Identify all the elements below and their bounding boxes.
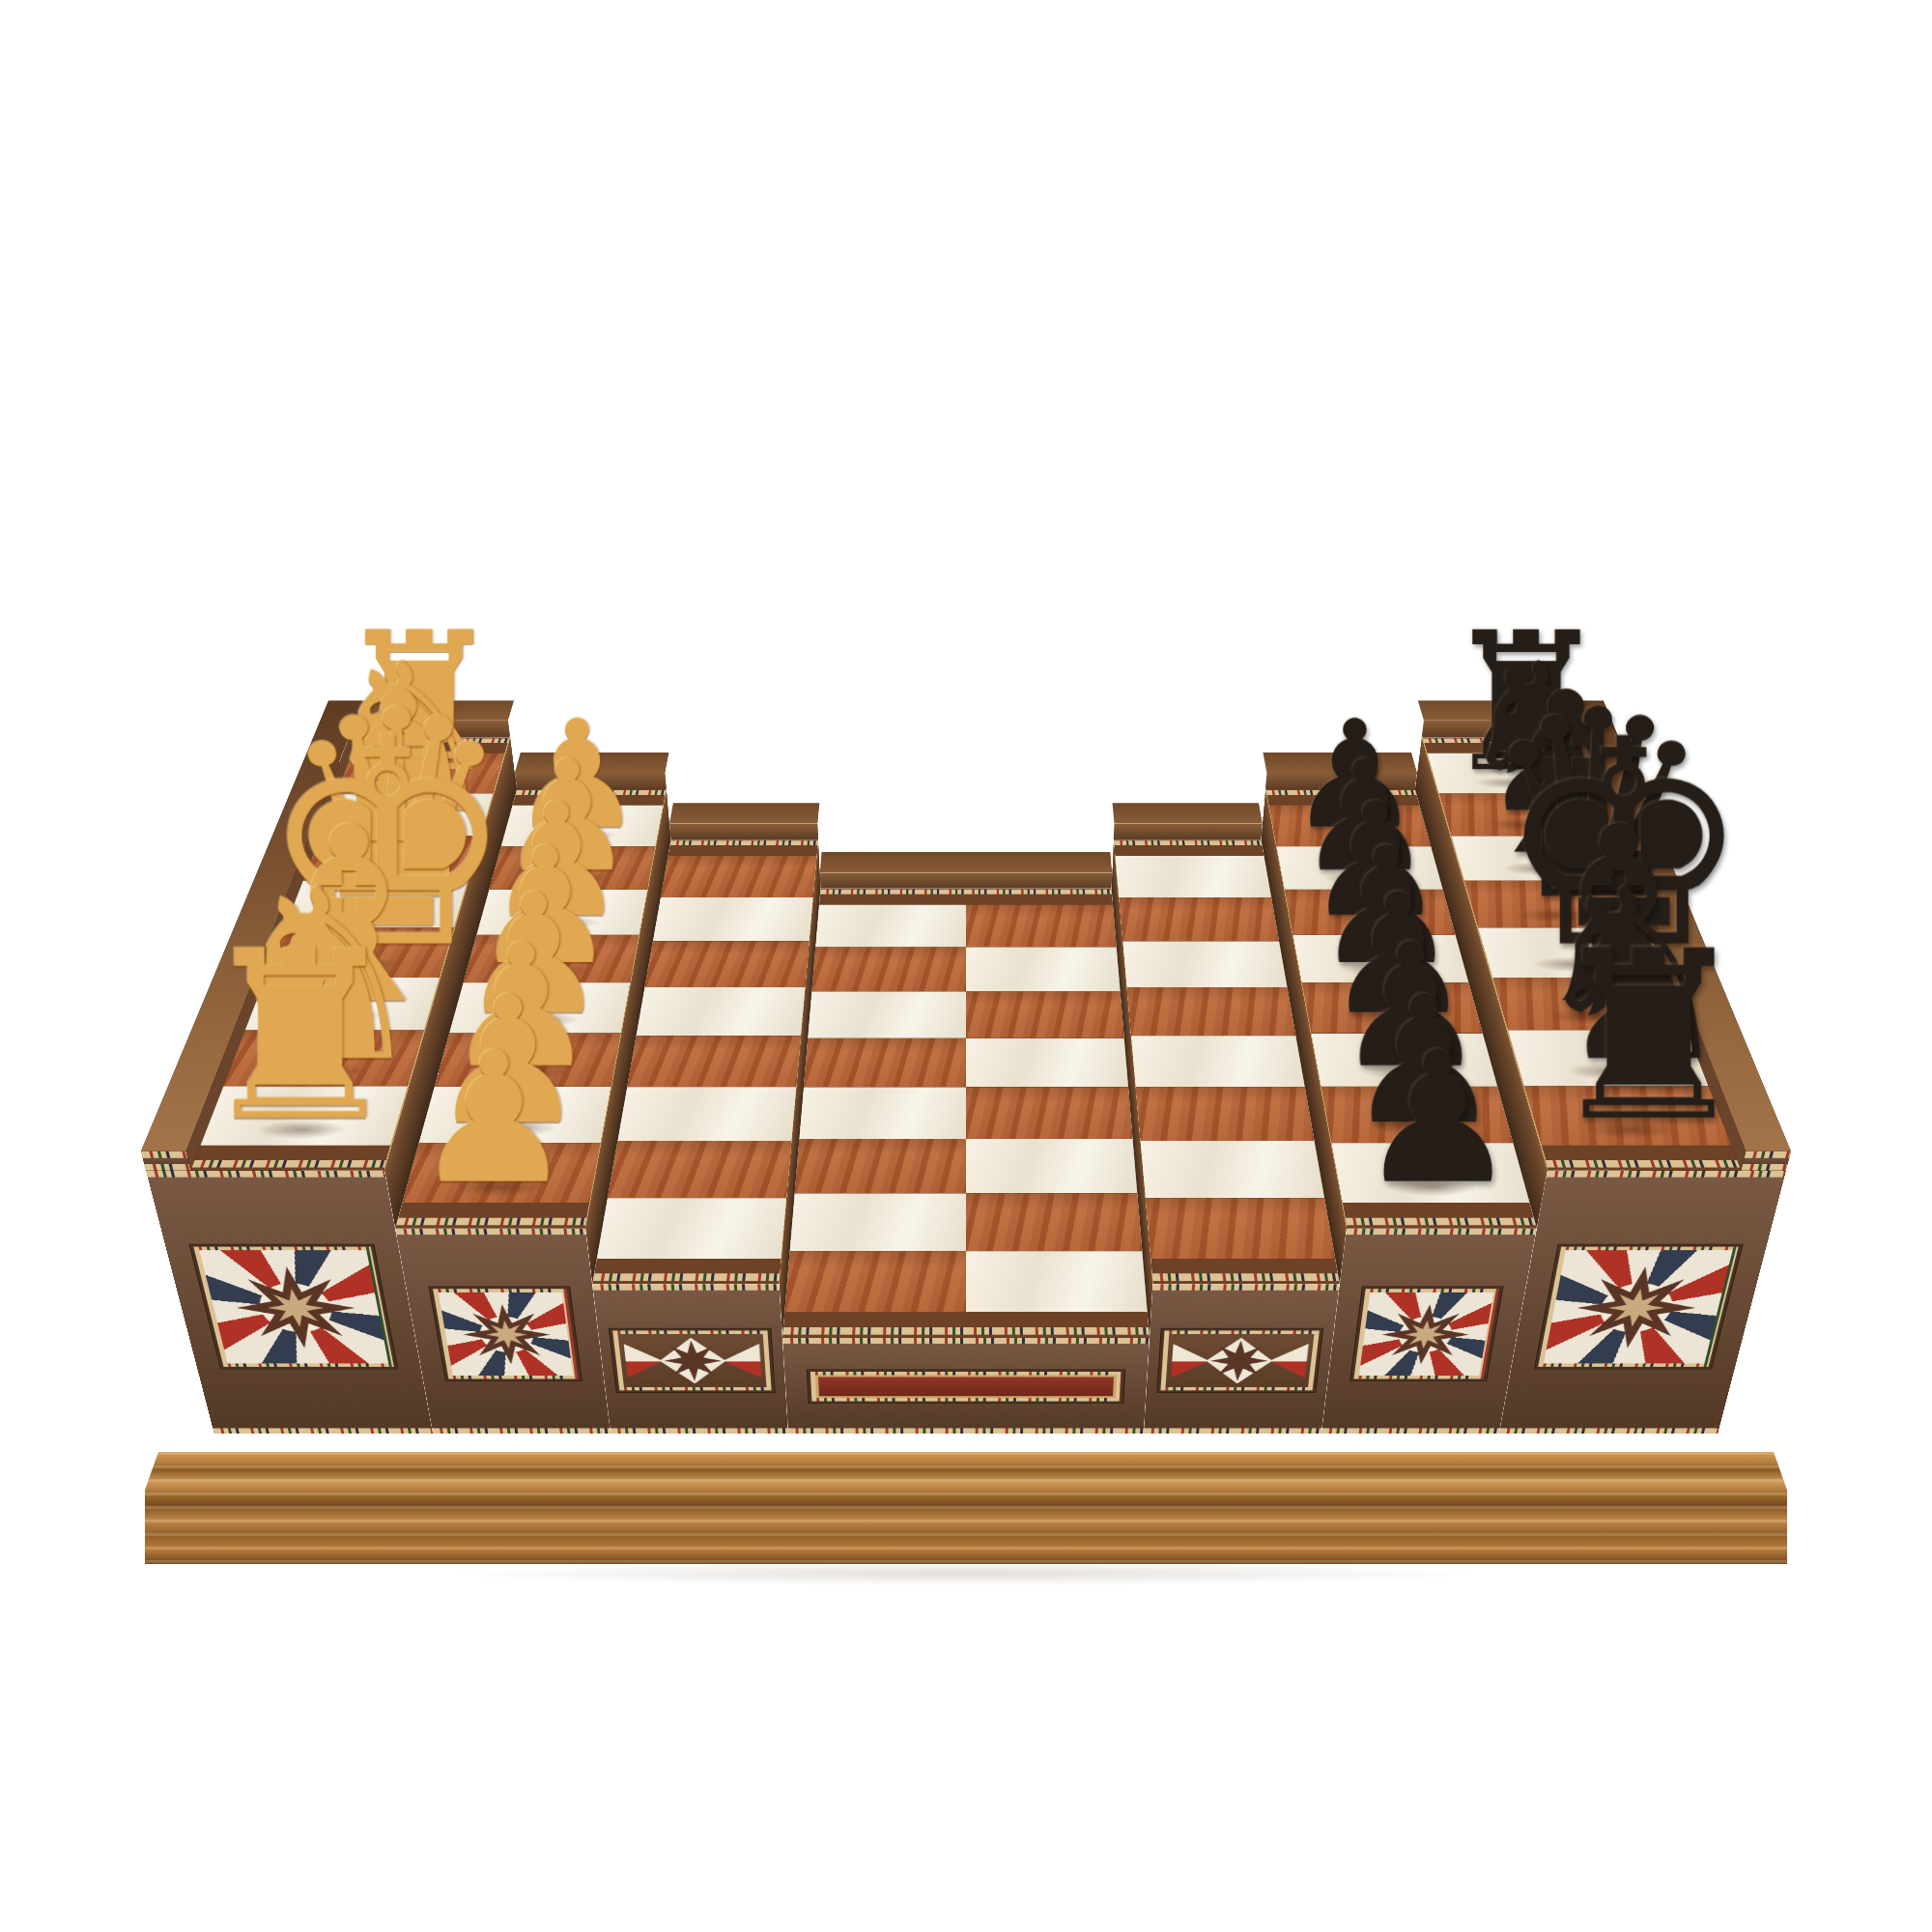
back-edge-mosaic-band — [820, 890, 966, 895]
square-g6[interactable] — [1140, 1141, 1324, 1198]
square-b4[interactable] — [811, 948, 966, 992]
eight-point-star-large-frame — [190, 1244, 397, 1368]
eight-point-star-large-panel-icon — [1544, 1250, 1733, 1363]
star-eye-diamond-panel-icon — [1166, 1334, 1315, 1387]
square-f5[interactable] — [966, 1139, 1137, 1193]
back-edge-mosaic-band — [966, 890, 1112, 895]
front-edge-mosaic-band — [396, 1218, 587, 1226]
square-f4[interactable] — [795, 1139, 966, 1193]
back-rim-wall-rank-3 — [669, 823, 818, 839]
red-inlay-bar-panel — [815, 1375, 1117, 1398]
eight-point-star-small-panel-icon — [439, 1293, 573, 1376]
square-h4[interactable] — [784, 1251, 966, 1312]
square-a6[interactable] — [1115, 856, 1271, 897]
square-g3[interactable] — [608, 1141, 792, 1198]
back-edge-mosaic-band — [1114, 840, 1263, 845]
square-a5[interactable] — [966, 905, 1117, 948]
square-g5[interactable] — [966, 1193, 1142, 1251]
piece-white-pawn-h2[interactable]: ♟ — [400, 1024, 588, 1212]
square-e4[interactable] — [799, 1087, 966, 1139]
back-rim-rank-6 — [1113, 803, 1263, 823]
front-face-eight-point-star-small — [395, 1229, 611, 1435]
right-triangle-icon — [722, 1344, 761, 1378]
back-rim-wall-rank-4 — [820, 872, 966, 888]
back-rim-rank-5 — [966, 852, 1112, 873]
square-f6[interactable] — [1135, 1087, 1314, 1141]
base-plinth — [145, 1452, 1787, 1564]
ground-shadow — [251, 1557, 1681, 1590]
star-eye-diamond-frame — [610, 1328, 775, 1392]
eight-point-star-large-panel-icon — [199, 1250, 388, 1363]
front-face-star-eye-diamond — [1144, 1284, 1340, 1434]
square-b6[interactable] — [1119, 897, 1279, 941]
front-edge-mosaic-band — [966, 1327, 1150, 1335]
front-edge-mosaic-band — [593, 1273, 781, 1281]
square-f3[interactable] — [617, 1087, 796, 1141]
square-c4[interactable] — [808, 991, 966, 1037]
eight-point-star-large-frame — [1535, 1244, 1742, 1368]
left-triangle-icon — [1171, 1344, 1210, 1378]
left-rim-front-cap — [141, 1151, 191, 1171]
front-face-eight-point-star-large — [1499, 1171, 1786, 1434]
right-rim-front-cap — [1742, 1151, 1792, 1171]
square-a4[interactable] — [815, 905, 966, 948]
eight-point-star-small-frame — [430, 1287, 582, 1380]
eight-point-star-icon — [662, 1341, 723, 1381]
back-rim-rank-3 — [669, 803, 819, 823]
front-face-red-inlay-bar — [782, 1338, 1150, 1434]
square-e3[interactable] — [627, 1036, 801, 1087]
front-edge-mosaic-band — [782, 1327, 966, 1335]
piece-white-rook-h1[interactable]: ♜ — [195, 916, 387, 1159]
square-g4[interactable] — [790, 1193, 966, 1251]
square-d6[interactable] — [1126, 987, 1295, 1036]
front-face-star-eye-diamond — [592, 1284, 788, 1434]
square-d5[interactable] — [966, 1038, 1128, 1088]
back-rim-wall-rank-5 — [966, 872, 1112, 888]
left-triangle-icon — [623, 1344, 665, 1378]
front-face-eight-point-star-large — [146, 1171, 433, 1434]
back-rim-rank-4 — [820, 852, 966, 873]
piece-black-pawn-h7[interactable]: ♟ — [1344, 1024, 1532, 1212]
square-h6[interactable] — [1146, 1198, 1336, 1259]
piece-black-rook-h8[interactable]: ♜ — [1544, 916, 1736, 1159]
square-d4[interactable] — [804, 1038, 966, 1088]
eight-point-star-small-panel-icon — [1359, 1293, 1493, 1376]
front-edge-mosaic-band — [192, 1160, 388, 1168]
square-h5[interactable] — [966, 1251, 1148, 1312]
product-photo: ♜♞♝♛♚♝♞♜♟♟♟♟♟♟♟♟♟♟♟♟♟♟♟♟♜♞♝♛♚♝♞♜ — [0, 0, 1932, 1932]
square-c5[interactable] — [966, 991, 1124, 1037]
square-d3[interactable] — [637, 987, 806, 1036]
star-eye-diamond-frame — [1157, 1328, 1322, 1392]
stepped-chess-board: ♜♞♝♛♚♝♞♜♟♟♟♟♟♟♟♟♟♟♟♟♟♟♟♟♜♞♝♛♚♝♞♜ — [189, 867, 1743, 1338]
red-inlay-bar-frame — [808, 1370, 1124, 1403]
eight-point-star-icon — [1208, 1341, 1269, 1381]
front-edge-mosaic-band — [1345, 1218, 1536, 1226]
right-triangle-icon — [1267, 1344, 1309, 1378]
square-a3[interactable] — [661, 856, 817, 897]
square-b3[interactable] — [653, 897, 813, 941]
square-c3[interactable] — [644, 941, 809, 987]
square-e5[interactable] — [966, 1087, 1133, 1139]
back-rim-wall-rank-6 — [1114, 823, 1263, 839]
star-eye-diamond-panel-icon — [618, 1334, 767, 1387]
square-e6[interactable] — [1131, 1036, 1305, 1087]
square-b5[interactable] — [966, 948, 1121, 992]
back-edge-mosaic-band — [669, 840, 818, 845]
front-edge-mosaic-band — [1545, 1160, 1741, 1168]
front-edge-mosaic-band — [1151, 1273, 1339, 1281]
square-c6[interactable] — [1122, 941, 1287, 987]
board-scene: ♜♞♝♛♚♝♞♜♟♟♟♟♟♟♟♟♟♟♟♟♟♟♟♟♜♞♝♛♚♝♞♜ — [0, 0, 1932, 1932]
square-h3[interactable] — [597, 1198, 787, 1259]
eight-point-star-small-frame — [1350, 1287, 1502, 1380]
